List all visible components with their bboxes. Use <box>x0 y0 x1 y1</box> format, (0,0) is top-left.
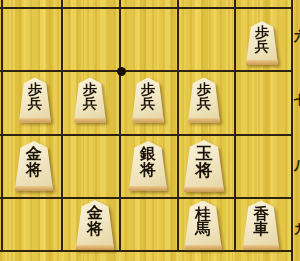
piece-body-kinsho: 金将 <box>13 141 55 191</box>
piece-body-fuhyo: 歩兵 <box>73 78 108 123</box>
rank-label-七: 七 <box>294 92 300 110</box>
piece-silver-3-8[interactable]: 銀将 <box>127 141 169 191</box>
piece-kanji-top: 歩 <box>141 82 155 96</box>
grid-vline-4 <box>234 0 236 252</box>
piece-body-keima: 桂馬 <box>183 201 224 250</box>
shogi-board[interactable]: 六七八九歩兵歩兵歩兵歩兵歩兵金将銀将玉将金将桂馬香車 <box>0 0 300 261</box>
piece-king-2-8[interactable]: 玉将 <box>182 140 226 192</box>
piece-pawn-3-7[interactable]: 歩兵 <box>131 78 166 123</box>
rank-label-九: 九 <box>294 221 300 239</box>
piece-body-fuhyo: 歩兵 <box>131 78 166 123</box>
piece-kanji-bottom: 将 <box>26 162 42 178</box>
piece-body-fuhyo: 歩兵 <box>18 78 53 123</box>
grid-vline-2 <box>119 0 121 252</box>
piece-kanji-top: 歩 <box>28 82 42 96</box>
piece-kanji-bottom: 将 <box>87 221 103 237</box>
piece-kanji-bottom: 兵 <box>197 96 211 110</box>
piece-body-ginsho: 銀将 <box>127 141 169 191</box>
piece-gold-5-8[interactable]: 金将 <box>13 141 55 191</box>
piece-body-gyokusho: 玉将 <box>182 140 226 192</box>
rank-label-六: 六 <box>294 28 300 46</box>
grid-hline-4 <box>0 250 293 252</box>
piece-pawn-1-6[interactable]: 歩兵 <box>245 21 280 65</box>
grid-hline-2 <box>0 134 293 136</box>
piece-kanji-bottom: 馬 <box>195 221 211 237</box>
piece-kanji-bottom: 兵 <box>141 96 155 110</box>
grid-hline-3 <box>0 197 293 199</box>
piece-pawn-4-7[interactable]: 歩兵 <box>73 78 108 123</box>
piece-kanji-bottom: 将 <box>196 162 213 179</box>
piece-kanji-bottom: 兵 <box>255 39 269 53</box>
piece-lance-1-9[interactable]: 香車 <box>241 201 281 250</box>
rank-label-八: 八 <box>294 156 300 174</box>
piece-kanji-bottom: 兵 <box>28 96 42 110</box>
grid-vline-3 <box>177 0 179 252</box>
grid-vline-0 <box>1 0 3 252</box>
piece-kanji-bottom: 兵 <box>83 96 97 110</box>
grid-hline-1 <box>0 70 293 72</box>
piece-body-kyosha: 香車 <box>241 201 281 250</box>
grid-hline-0 <box>0 7 293 9</box>
piece-kanji-bottom: 車 <box>253 221 269 237</box>
piece-body-fuhyo: 歩兵 <box>187 78 222 123</box>
piece-pawn-2-7[interactable]: 歩兵 <box>187 78 222 123</box>
grid-vline-1 <box>61 0 63 252</box>
piece-knight-2-9[interactable]: 桂馬 <box>183 201 224 250</box>
piece-body-fuhyo: 歩兵 <box>245 21 280 65</box>
grid-vline-5 <box>291 0 293 261</box>
piece-kanji-top: 歩 <box>83 82 97 96</box>
piece-kanji-top: 歩 <box>197 82 211 96</box>
piece-gold-4-9[interactable]: 金将 <box>74 200 116 250</box>
piece-body-kinsho: 金将 <box>74 200 116 250</box>
piece-pawn-5-7[interactable]: 歩兵 <box>18 78 53 123</box>
star-point-hoshi <box>117 67 126 76</box>
piece-kanji-top: 歩 <box>255 25 269 39</box>
piece-kanji-bottom: 将 <box>140 162 156 178</box>
